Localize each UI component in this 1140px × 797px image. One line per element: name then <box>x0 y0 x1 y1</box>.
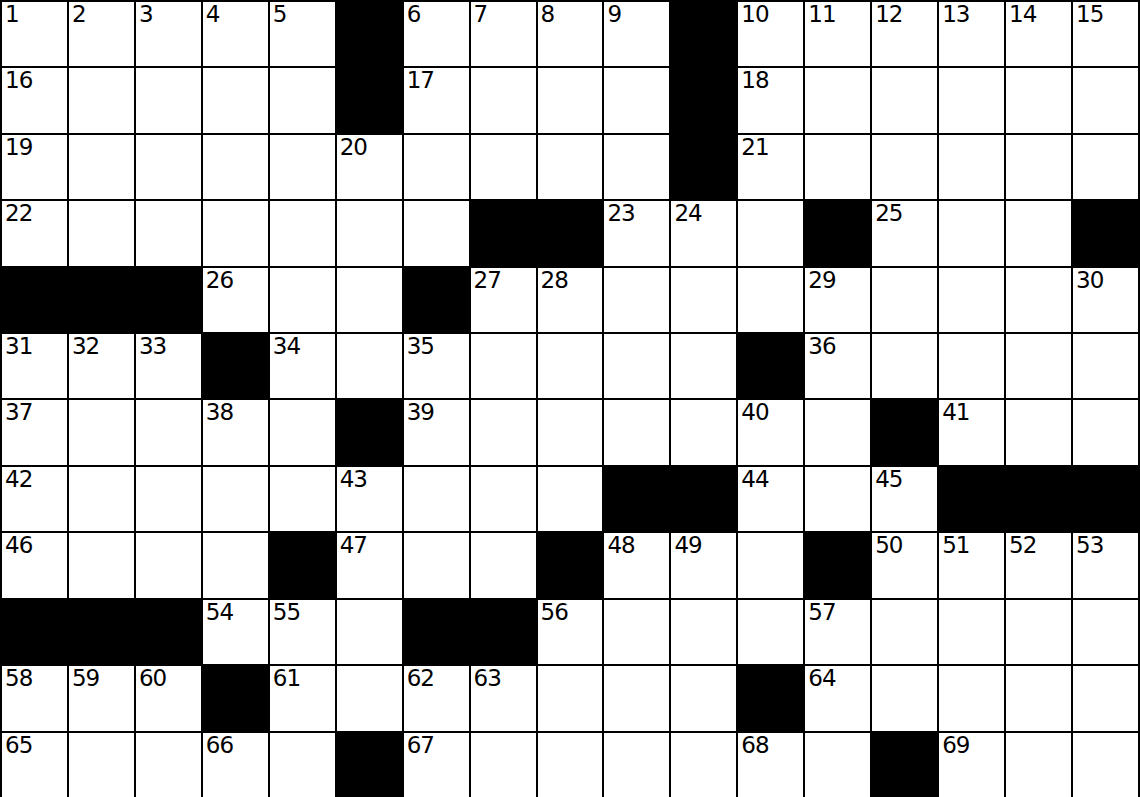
white-cell-r4c16[interactable] <box>1006 201 1071 265</box>
clue-number-4: 4 <box>206 1 220 27</box>
clue-number-33: 33 <box>139 333 166 359</box>
white-cell-r6c10[interactable] <box>604 334 669 398</box>
white-cell-r9c8[interactable] <box>471 533 536 597</box>
white-cell-r5c16[interactable] <box>1006 268 1071 332</box>
white-cell-r3c17[interactable] <box>1073 135 1138 199</box>
white-cell-r6c2[interactable]: 32 <box>69 334 134 398</box>
clue-number-17: 17 <box>407 67 434 93</box>
black-cell-r10c1 <box>2 600 67 664</box>
white-cell-r7c8[interactable] <box>471 400 536 464</box>
white-cell-r1c12[interactable]: 10 <box>738 2 803 66</box>
clue-number-16: 16 <box>5 67 32 93</box>
white-cell-r2c14[interactable] <box>872 68 937 132</box>
black-cell-r10c2 <box>69 600 134 664</box>
clue-number-53: 53 <box>1076 532 1103 558</box>
white-cell-r3c8[interactable] <box>471 135 536 199</box>
white-cell-r9c2[interactable] <box>69 533 134 597</box>
white-cell-r10c12[interactable] <box>738 600 803 664</box>
black-cell-r12c14 <box>872 733 937 797</box>
white-cell-r8c9[interactable] <box>538 467 603 531</box>
white-cell-r7c3[interactable] <box>136 400 201 464</box>
white-cell-r9c12[interactable] <box>738 533 803 597</box>
white-cell-r12c10[interactable] <box>604 733 669 797</box>
black-cell-r10c8 <box>471 600 536 664</box>
white-cell-r5c13[interactable]: 29 <box>805 268 870 332</box>
white-cell-r1c4[interactable]: 4 <box>203 2 268 66</box>
clue-number-23: 23 <box>607 200 634 226</box>
white-cell-r2c8[interactable] <box>471 68 536 132</box>
white-cell-r8c1[interactable]: 42 <box>2 467 67 531</box>
white-cell-r4c6[interactable] <box>337 201 402 265</box>
white-cell-r1c14[interactable]: 12 <box>872 2 937 66</box>
clue-number-38: 38 <box>206 399 233 425</box>
white-cell-r5c10[interactable] <box>604 268 669 332</box>
white-cell-r7c9[interactable] <box>538 400 603 464</box>
white-cell-r4c5[interactable] <box>270 201 335 265</box>
white-cell-r7c17[interactable] <box>1073 400 1138 464</box>
white-cell-r11c1[interactable]: 58 <box>2 666 67 730</box>
clue-number-40: 40 <box>741 399 768 425</box>
white-cell-r4c1[interactable]: 22 <box>2 201 67 265</box>
white-cell-r8c7[interactable] <box>404 467 469 531</box>
white-cell-r2c16[interactable] <box>1006 68 1071 132</box>
clue-number-28: 28 <box>541 267 568 293</box>
clue-number-32: 32 <box>72 333 99 359</box>
white-cell-r2c15[interactable] <box>939 68 1004 132</box>
white-cell-r3c16[interactable] <box>1006 135 1071 199</box>
clue-number-57: 57 <box>808 599 835 625</box>
clue-number-43: 43 <box>340 466 367 492</box>
white-cell-r3c10[interactable] <box>604 135 669 199</box>
clue-number-37: 37 <box>5 399 32 425</box>
clue-number-42: 42 <box>5 466 32 492</box>
white-cell-r5c14[interactable] <box>872 268 937 332</box>
black-cell-r3c11 <box>671 135 736 199</box>
white-cell-r9c15[interactable]: 51 <box>939 533 1004 597</box>
black-cell-r4c17 <box>1073 201 1138 265</box>
black-cell-r4c8 <box>471 201 536 265</box>
clue-number-11: 11 <box>808 1 835 27</box>
clue-number-27: 27 <box>474 267 501 293</box>
white-cell-r2c10[interactable] <box>604 68 669 132</box>
white-cell-r8c12[interactable]: 44 <box>738 467 803 531</box>
white-cell-r7c13[interactable] <box>805 400 870 464</box>
black-cell-r4c9 <box>538 201 603 265</box>
white-cell-r11c9[interactable] <box>538 666 603 730</box>
white-cell-r2c4[interactable] <box>203 68 268 132</box>
clue-number-25: 25 <box>875 200 902 226</box>
clue-number-39: 39 <box>407 399 434 425</box>
clue-number-29: 29 <box>808 267 835 293</box>
white-cell-r6c17[interactable] <box>1073 334 1138 398</box>
black-cell-r5c2 <box>69 268 134 332</box>
white-cell-r11c7[interactable]: 62 <box>404 666 469 730</box>
white-cell-r9c14[interactable]: 50 <box>872 533 937 597</box>
white-cell-r9c1[interactable]: 46 <box>2 533 67 597</box>
white-cell-r3c12[interactable]: 21 <box>738 135 803 199</box>
white-cell-r5c11[interactable] <box>671 268 736 332</box>
white-cell-r3c15[interactable] <box>939 135 1004 199</box>
white-cell-r6c14[interactable] <box>872 334 937 398</box>
white-cell-r10c6[interactable] <box>337 600 402 664</box>
white-cell-r1c3[interactable]: 3 <box>136 2 201 66</box>
white-cell-r11c8[interactable]: 63 <box>471 666 536 730</box>
white-cell-r8c3[interactable] <box>136 467 201 531</box>
clue-number-65: 65 <box>5 732 32 758</box>
white-cell-r4c14[interactable]: 25 <box>872 201 937 265</box>
white-cell-r10c11[interactable] <box>671 600 736 664</box>
white-cell-r1c2[interactable]: 2 <box>69 2 134 66</box>
black-cell-r6c12 <box>738 334 803 398</box>
white-cell-r6c13[interactable]: 36 <box>805 334 870 398</box>
white-cell-r5c8[interactable]: 27 <box>471 268 536 332</box>
white-cell-r2c1[interactable]: 16 <box>2 68 67 132</box>
white-cell-r10c5[interactable]: 55 <box>270 600 335 664</box>
white-cell-r1c7[interactable]: 6 <box>404 2 469 66</box>
white-cell-r9c17[interactable]: 53 <box>1073 533 1138 597</box>
white-cell-r7c2[interactable] <box>69 400 134 464</box>
white-cell-r12c12[interactable]: 68 <box>738 733 803 797</box>
white-cell-r11c10[interactable] <box>604 666 669 730</box>
white-cell-r6c9[interactable] <box>538 334 603 398</box>
white-cell-r1c1[interactable]: 1 <box>2 2 67 66</box>
white-cell-r9c7[interactable] <box>404 533 469 597</box>
white-cell-r6c6[interactable] <box>337 334 402 398</box>
clue-number-44: 44 <box>741 466 768 492</box>
white-cell-r5c4[interactable]: 26 <box>203 268 268 332</box>
white-cell-r6c8[interactable] <box>471 334 536 398</box>
white-cell-r10c17[interactable] <box>1073 600 1138 664</box>
white-cell-r5c12[interactable] <box>738 268 803 332</box>
black-cell-r8c16 <box>1006 467 1071 531</box>
white-cell-r5c17[interactable]: 30 <box>1073 268 1138 332</box>
clue-number-8: 8 <box>541 1 555 27</box>
clue-number-54: 54 <box>206 599 233 625</box>
clue-number-66: 66 <box>206 732 233 758</box>
white-cell-r12c13[interactable] <box>805 733 870 797</box>
white-cell-r12c5[interactable] <box>270 733 335 797</box>
white-cell-r2c3[interactable] <box>136 68 201 132</box>
clue-number-46: 46 <box>5 532 32 558</box>
white-cell-r1c17[interactable]: 15 <box>1073 2 1138 66</box>
white-cell-r8c5[interactable] <box>270 467 335 531</box>
white-cell-r10c9[interactable]: 56 <box>538 600 603 664</box>
white-cell-r9c10[interactable]: 48 <box>604 533 669 597</box>
white-cell-r1c10[interactable]: 9 <box>604 2 669 66</box>
white-cell-r1c13[interactable]: 11 <box>805 2 870 66</box>
white-cell-r11c17[interactable] <box>1073 666 1138 730</box>
white-cell-r2c17[interactable] <box>1073 68 1138 132</box>
white-cell-r3c1[interactable]: 19 <box>2 135 67 199</box>
clue-number-34: 34 <box>273 333 300 359</box>
white-cell-r2c9[interactable] <box>538 68 603 132</box>
clue-number-51: 51 <box>942 532 969 558</box>
white-cell-r3c2[interactable] <box>69 135 134 199</box>
white-cell-r1c16[interactable]: 14 <box>1006 2 1071 66</box>
white-cell-r4c3[interactable] <box>136 201 201 265</box>
white-cell-r6c1[interactable]: 31 <box>2 334 67 398</box>
white-cell-r6c3[interactable]: 33 <box>136 334 201 398</box>
white-cell-r6c15[interactable] <box>939 334 1004 398</box>
white-cell-r9c4[interactable] <box>203 533 268 597</box>
white-cell-r5c5[interactable] <box>270 268 335 332</box>
crossword-grid: 1234567891011121314151617181920212223242… <box>0 0 1140 797</box>
black-cell-r10c7 <box>404 600 469 664</box>
white-cell-r4c7[interactable] <box>404 201 469 265</box>
black-cell-r5c1 <box>2 268 67 332</box>
clue-number-68: 68 <box>741 732 768 758</box>
white-cell-r12c1[interactable]: 65 <box>2 733 67 797</box>
black-cell-r11c12 <box>738 666 803 730</box>
white-cell-r3c4[interactable] <box>203 135 268 199</box>
white-cell-r4c15[interactable] <box>939 201 1004 265</box>
white-cell-r7c10[interactable] <box>604 400 669 464</box>
clue-number-69: 69 <box>942 732 969 758</box>
clue-number-58: 58 <box>5 665 32 691</box>
clue-number-10: 10 <box>741 1 768 27</box>
clue-number-48: 48 <box>607 532 634 558</box>
white-cell-r8c14[interactable]: 45 <box>872 467 937 531</box>
black-cell-r1c11 <box>671 2 736 66</box>
black-cell-r8c11 <box>671 467 736 531</box>
white-cell-r6c5[interactable]: 34 <box>270 334 335 398</box>
white-cell-r7c12[interactable]: 40 <box>738 400 803 464</box>
clue-number-19: 19 <box>5 134 32 160</box>
clue-number-49: 49 <box>674 532 701 558</box>
white-cell-r3c13[interactable] <box>805 135 870 199</box>
black-cell-r1c6 <box>337 2 402 66</box>
white-cell-r3c14[interactable] <box>872 135 937 199</box>
black-cell-r7c6 <box>337 400 402 464</box>
white-cell-r8c4[interactable] <box>203 467 268 531</box>
black-cell-r9c5 <box>270 533 335 597</box>
black-cell-r7c14 <box>872 400 937 464</box>
clue-number-47: 47 <box>340 532 367 558</box>
black-cell-r8c17 <box>1073 467 1138 531</box>
white-cell-r10c10[interactable] <box>604 600 669 664</box>
white-cell-r11c16[interactable] <box>1006 666 1071 730</box>
black-cell-r12c6 <box>337 733 402 797</box>
black-cell-r5c7 <box>404 268 469 332</box>
white-cell-r10c15[interactable] <box>939 600 1004 664</box>
clue-number-20: 20 <box>340 134 367 160</box>
white-cell-r7c16[interactable] <box>1006 400 1071 464</box>
clue-number-50: 50 <box>875 532 902 558</box>
white-cell-r12c3[interactable] <box>136 733 201 797</box>
clue-number-2: 2 <box>72 1 86 27</box>
black-cell-r6c4 <box>203 334 268 398</box>
black-cell-r4c13 <box>805 201 870 265</box>
clue-number-5: 5 <box>273 1 287 27</box>
clue-number-18: 18 <box>741 67 768 93</box>
white-cell-r2c5[interactable] <box>270 68 335 132</box>
white-cell-r9c11[interactable]: 49 <box>671 533 736 597</box>
clue-number-26: 26 <box>206 267 233 293</box>
white-cell-r11c5[interactable]: 61 <box>270 666 335 730</box>
clue-number-67: 67 <box>407 732 434 758</box>
white-cell-r12c17[interactable] <box>1073 733 1138 797</box>
white-cell-r8c6[interactable]: 43 <box>337 467 402 531</box>
white-cell-r3c9[interactable] <box>538 135 603 199</box>
white-cell-r12c4[interactable]: 66 <box>203 733 268 797</box>
white-cell-r1c15[interactable]: 13 <box>939 2 1004 66</box>
clue-number-9: 9 <box>607 1 621 27</box>
white-cell-r2c13[interactable] <box>805 68 870 132</box>
black-cell-r11c4 <box>203 666 268 730</box>
white-cell-r11c6[interactable] <box>337 666 402 730</box>
white-cell-r12c8[interactable] <box>471 733 536 797</box>
white-cell-r1c8[interactable]: 7 <box>471 2 536 66</box>
white-cell-r12c2[interactable] <box>69 733 134 797</box>
clue-number-22: 22 <box>5 200 32 226</box>
white-cell-r1c5[interactable]: 5 <box>270 2 335 66</box>
clue-number-61: 61 <box>273 665 300 691</box>
white-cell-r7c7[interactable]: 39 <box>404 400 469 464</box>
clue-number-15: 15 <box>1076 1 1103 27</box>
clue-number-3: 3 <box>139 1 153 27</box>
white-cell-r12c9[interactable] <box>538 733 603 797</box>
black-cell-r5c3 <box>136 268 201 332</box>
white-cell-r7c4[interactable]: 38 <box>203 400 268 464</box>
white-cell-r2c12[interactable]: 18 <box>738 68 803 132</box>
clue-number-12: 12 <box>875 1 902 27</box>
white-cell-r8c8[interactable] <box>471 467 536 531</box>
white-cell-r11c3[interactable]: 60 <box>136 666 201 730</box>
white-cell-r11c14[interactable] <box>872 666 937 730</box>
black-cell-r9c9 <box>538 533 603 597</box>
white-cell-r4c10[interactable]: 23 <box>604 201 669 265</box>
white-cell-r8c2[interactable] <box>69 467 134 531</box>
white-cell-r7c15[interactable]: 41 <box>939 400 1004 464</box>
clue-number-60: 60 <box>139 665 166 691</box>
clue-number-14: 14 <box>1009 1 1036 27</box>
white-cell-r10c13[interactable]: 57 <box>805 600 870 664</box>
white-cell-r12c11[interactable] <box>671 733 736 797</box>
black-cell-r8c10 <box>604 467 669 531</box>
white-cell-r11c15[interactable] <box>939 666 1004 730</box>
clue-number-59: 59 <box>72 665 99 691</box>
black-cell-r2c11 <box>671 68 736 132</box>
clue-number-36: 36 <box>808 333 835 359</box>
clue-number-24: 24 <box>674 200 701 226</box>
white-cell-r9c3[interactable] <box>136 533 201 597</box>
white-cell-r12c15[interactable]: 69 <box>939 733 1004 797</box>
clue-number-30: 30 <box>1076 267 1103 293</box>
white-cell-r8c13[interactable] <box>805 467 870 531</box>
white-cell-r6c16[interactable] <box>1006 334 1071 398</box>
black-cell-r9c13 <box>805 533 870 597</box>
clue-number-63: 63 <box>474 665 501 691</box>
white-cell-r10c14[interactable] <box>872 600 937 664</box>
white-cell-r5c9[interactable]: 28 <box>538 268 603 332</box>
clue-number-13: 13 <box>942 1 969 27</box>
white-cell-r11c13[interactable]: 64 <box>805 666 870 730</box>
white-cell-r4c2[interactable] <box>69 201 134 265</box>
white-cell-r11c2[interactable]: 59 <box>69 666 134 730</box>
white-cell-r7c5[interactable] <box>270 400 335 464</box>
white-cell-r10c4[interactable]: 54 <box>203 600 268 664</box>
white-cell-r1c9[interactable]: 8 <box>538 2 603 66</box>
white-cell-r5c6[interactable] <box>337 268 402 332</box>
white-cell-r7c11[interactable] <box>671 400 736 464</box>
black-cell-r2c6 <box>337 68 402 132</box>
white-cell-r3c6[interactable]: 20 <box>337 135 402 199</box>
clue-number-55: 55 <box>273 599 300 625</box>
black-cell-r8c15 <box>939 467 1004 531</box>
white-cell-r2c7[interactable]: 17 <box>404 68 469 132</box>
white-cell-r12c16[interactable] <box>1006 733 1071 797</box>
white-cell-r3c5[interactable] <box>270 135 335 199</box>
clue-number-35: 35 <box>407 333 434 359</box>
white-cell-r4c4[interactable] <box>203 201 268 265</box>
black-cell-r10c3 <box>136 600 201 664</box>
clue-number-62: 62 <box>407 665 434 691</box>
clue-number-31: 31 <box>5 333 32 359</box>
white-cell-r11c11[interactable] <box>671 666 736 730</box>
clue-number-21: 21 <box>741 134 768 160</box>
white-cell-r5c15[interactable] <box>939 268 1004 332</box>
white-cell-r3c7[interactable] <box>404 135 469 199</box>
white-cell-r4c12[interactable] <box>738 201 803 265</box>
clue-number-1: 1 <box>5 1 19 27</box>
white-cell-r4c11[interactable]: 24 <box>671 201 736 265</box>
clue-number-41: 41 <box>942 399 969 425</box>
white-cell-r9c16[interactable]: 52 <box>1006 533 1071 597</box>
white-cell-r12c7[interactable]: 67 <box>404 733 469 797</box>
white-cell-r9c6[interactable]: 47 <box>337 533 402 597</box>
clue-number-45: 45 <box>875 466 902 492</box>
white-cell-r2c2[interactable] <box>69 68 134 132</box>
clue-number-56: 56 <box>541 599 568 625</box>
clue-number-7: 7 <box>474 1 488 27</box>
clue-number-6: 6 <box>407 1 421 27</box>
white-cell-r6c11[interactable] <box>671 334 736 398</box>
white-cell-r10c16[interactable] <box>1006 600 1071 664</box>
white-cell-r6c7[interactable]: 35 <box>404 334 469 398</box>
clue-number-52: 52 <box>1009 532 1036 558</box>
clue-number-64: 64 <box>808 665 835 691</box>
white-cell-r7c1[interactable]: 37 <box>2 400 67 464</box>
white-cell-r3c3[interactable] <box>136 135 201 199</box>
